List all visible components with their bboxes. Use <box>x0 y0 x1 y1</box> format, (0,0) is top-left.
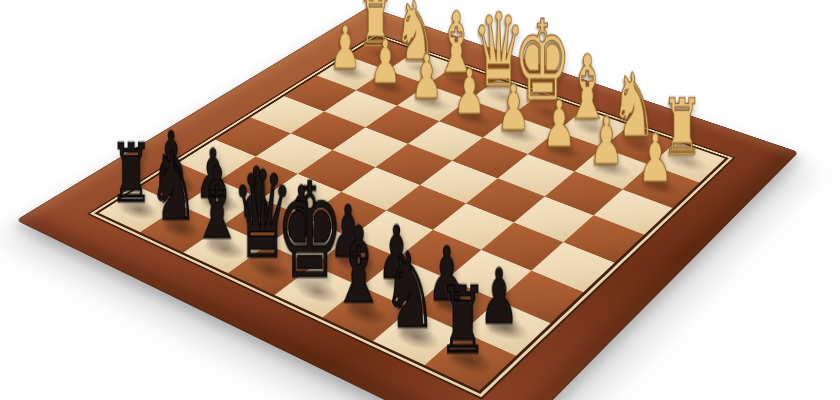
chess-board-grid: ♜♞♝♛♚♝♞♜♟♟♟♟♟♟♟♟♟♟♟♟♟♟♟♟♜♞♝♛♚♝♞♜ <box>99 37 725 390</box>
piece-black-rook[interactable]: ♜ <box>438 275 486 368</box>
piece-white-pawn[interactable]: ♟ <box>370 31 401 92</box>
piece-black-bishop[interactable]: ♝ <box>331 214 386 320</box>
piece-white-pawn[interactable]: ♟ <box>542 91 576 156</box>
piece-white-pawn[interactable]: ♟ <box>453 60 486 123</box>
scene: ♜♞♝♛♚♝♞♜♟♟♟♟♟♟♟♟♟♟♟♟♟♟♟♟♜♞♝♛♚♝♞♜ <box>0 0 840 400</box>
piece-white-pawn[interactable]: ♟ <box>638 124 673 191</box>
piece-white-pawn[interactable]: ♟ <box>589 107 623 173</box>
chess-board: ♜♞♝♛♚♝♞♜♟♟♟♟♟♟♟♟♟♟♟♟♟♟♟♟♜♞♝♛♚♝♞♜ <box>16 7 799 400</box>
photo-canvas: ♜♞♝♛♚♝♞♜♟♟♟♟♟♟♟♟♟♟♟♟♟♟♟♟♜♞♝♛♚♝♞♜ <box>0 0 840 400</box>
piece-black-rook[interactable]: ♜ <box>110 133 152 215</box>
piece-white-pawn[interactable]: ♟ <box>330 17 361 77</box>
piece-white-pawn[interactable]: ♟ <box>497 75 530 139</box>
piece-black-knight[interactable]: ♞ <box>383 239 437 344</box>
piece-white-pawn[interactable]: ♟ <box>411 45 443 107</box>
